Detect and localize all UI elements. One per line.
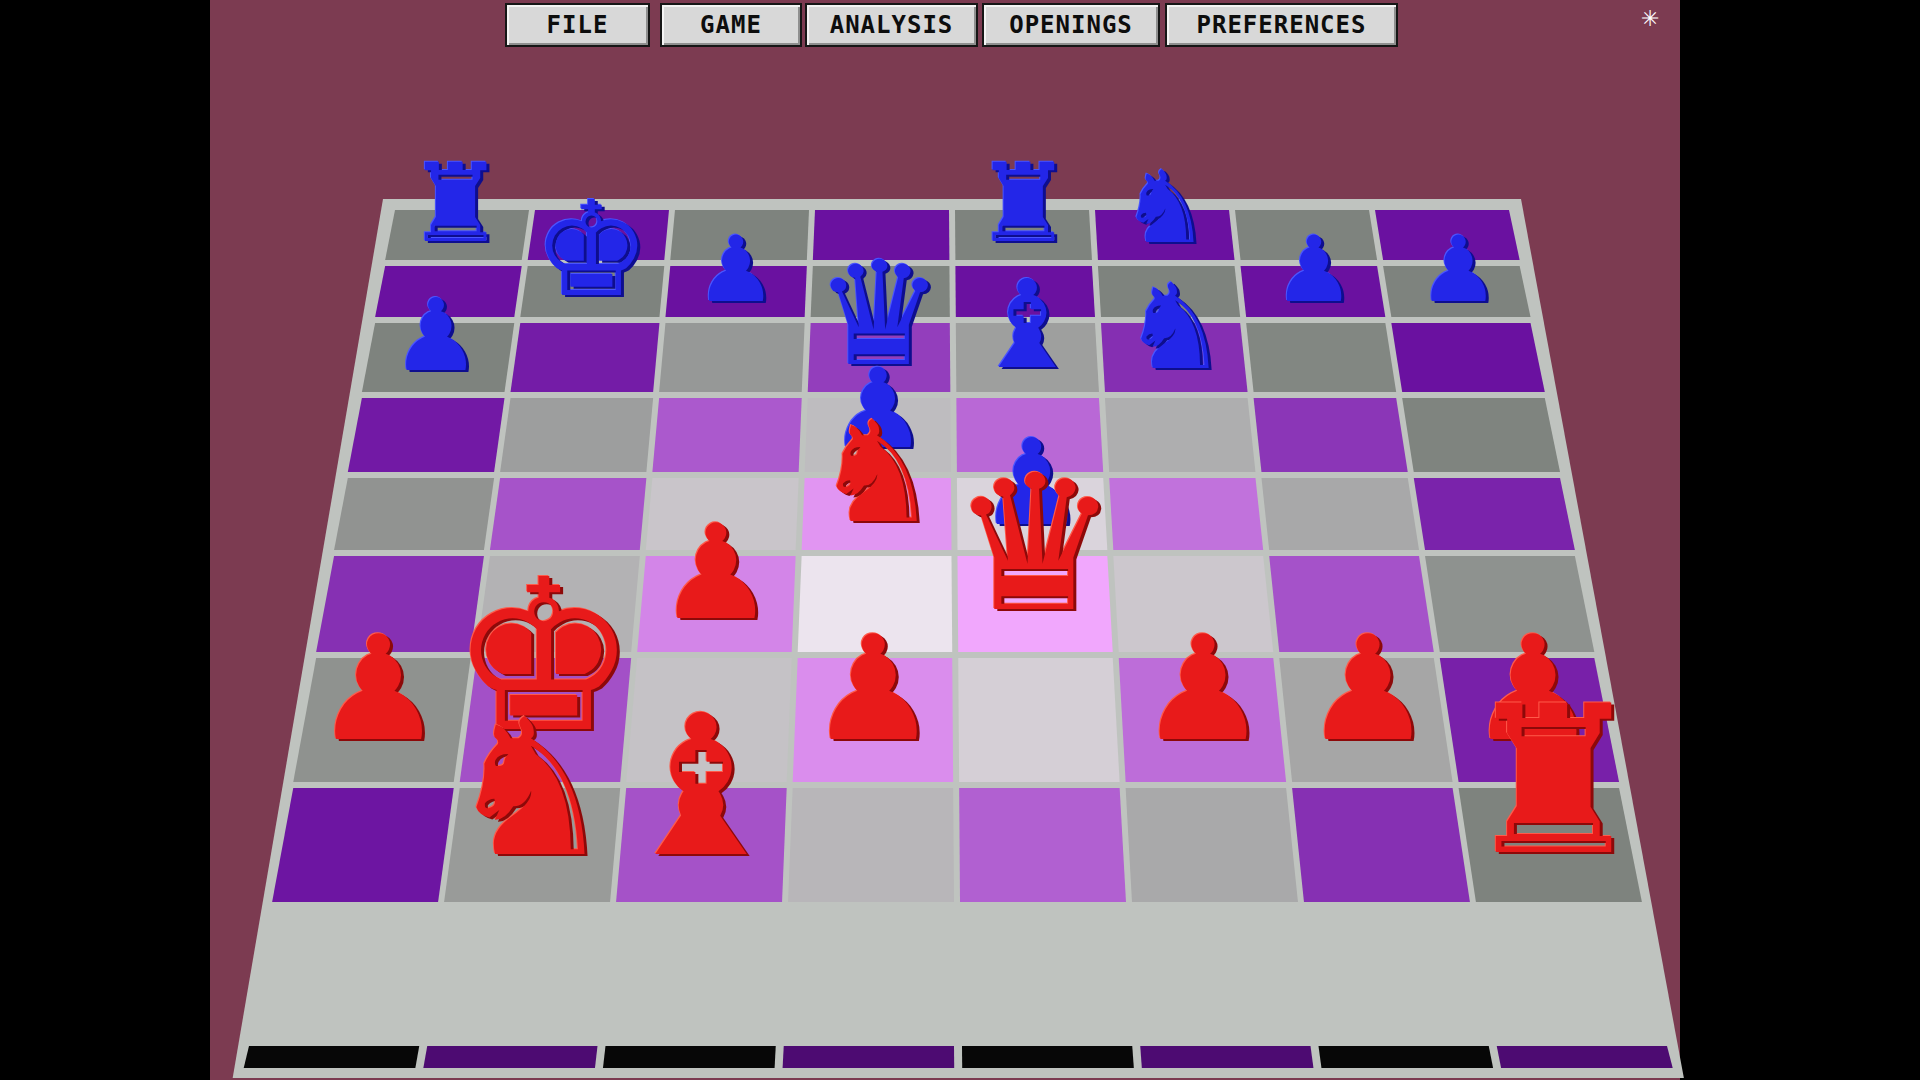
piece-blue-pawn-g7[interactable]: ♟ <box>1273 224 1355 315</box>
piece-red-pawn-f2[interactable]: ♟ <box>1138 616 1268 761</box>
piece-blue-rook-a8[interactable]: ♜ <box>407 149 505 258</box>
piece-red-knight-b1[interactable]: ♞ <box>446 695 615 884</box>
piece-red-pawn-c3[interactable]: ♟ <box>657 507 774 638</box>
piece-blue-rook-e8[interactable]: ♜ <box>974 149 1072 258</box>
window-star-icon: ✳ <box>1641 6 1659 31</box>
piece-red-pawn-d2[interactable]: ♟ <box>808 616 938 761</box>
piece-blue-knight-f8[interactable]: ♞ <box>1120 158 1210 258</box>
piece-red-queen-e3[interactable]: ♛ <box>950 450 1119 638</box>
piece-red-pawn-g2[interactable]: ♟ <box>1303 616 1433 761</box>
menu-file[interactable]: FILE <box>505 3 650 47</box>
piece-red-knight-d4[interactable]: ♞ <box>814 403 940 543</box>
menu-analysis[interactable]: ANALYSIS <box>805 3 978 47</box>
menu-game[interactable]: GAME <box>660 3 802 47</box>
piece-blue-knight-f6[interactable]: ♞ <box>1122 268 1228 386</box>
menu-preferences-label: PREFERENCES <box>1197 11 1367 39</box>
menu-preferences[interactable]: PREFERENCES <box>1165 3 1398 47</box>
piece-red-bishop-c1[interactable]: ♝ <box>614 689 789 884</box>
piece-blue-bishop-e6[interactable]: ♝ <box>972 264 1081 386</box>
piece-red-rook-h1[interactable]: ♜ <box>1462 679 1646 884</box>
menu-openings-label: OPENINGS <box>1009 11 1133 39</box>
menu-openings[interactable]: OPENINGS <box>982 3 1160 47</box>
piece-blue-pawn-a6[interactable]: ♟ <box>391 286 481 386</box>
menu-analysis-label: ANALYSIS <box>830 11 954 39</box>
piece-red-pawn-a2[interactable]: ♟ <box>314 616 444 761</box>
piece-blue-pawn-c7[interactable]: ♟ <box>695 224 777 315</box>
app-window: FILE GAME ANALYSIS OPENINGS PREFERENCES … <box>0 0 1920 1080</box>
piece-blue-pawn-h7[interactable]: ♟ <box>1418 224 1500 315</box>
piece-blue-king-b7[interactable]: ♚ <box>533 184 650 315</box>
menu-file-label: FILE <box>547 11 609 39</box>
menu-game-label: GAME <box>700 11 762 39</box>
